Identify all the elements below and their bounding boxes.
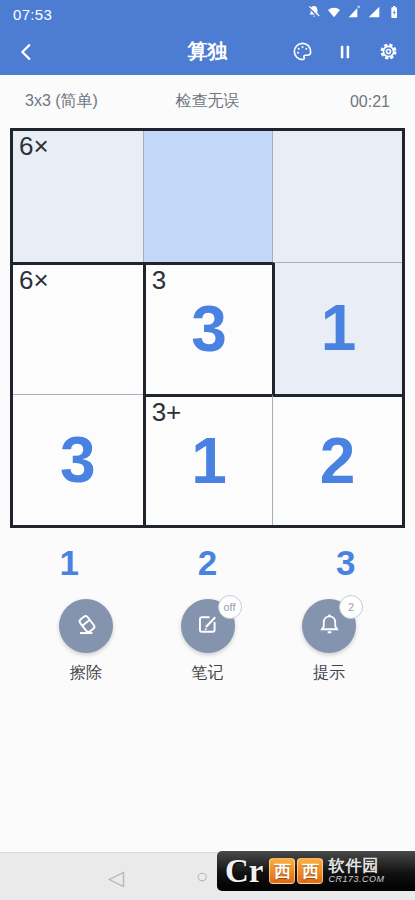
notes-button[interactable]: off 笔记 [162, 599, 254, 684]
cage-clue: 6× [19, 265, 49, 296]
wifi-icon [326, 4, 342, 24]
notes-off-badge: off [218, 595, 242, 619]
status-bar: 07:53 [0, 0, 415, 28]
cell-value: 3 [146, 265, 273, 393]
nav-home-icon[interactable]: ○ [196, 865, 208, 888]
note-pencil-icon [194, 611, 221, 642]
numpad-1-button[interactable]: 1 [0, 543, 138, 583]
board-cell-r1c0[interactable]: 6× [13, 262, 143, 393]
board-cell-r1c1[interactable]: 33 [143, 262, 273, 393]
erase-button[interactable]: 擦除 [40, 599, 132, 684]
eraser-icon [73, 611, 100, 642]
hint-count-badge: 2 [339, 595, 363, 619]
game-info-bar: 3x3 (简单) 检查无误 00:21 [0, 75, 415, 128]
status-time: 07:53 [13, 6, 52, 23]
nav-back-icon[interactable]: ◁ [108, 866, 124, 890]
hint-label: 提示 [313, 663, 345, 684]
settings-gear-icon[interactable] [375, 39, 401, 65]
board-cell-r2c0[interactable]: 3 [13, 394, 143, 525]
watermark-site-name: 软件园 [328, 858, 379, 875]
palette-icon[interactable] [289, 39, 315, 65]
battery-charging-icon [386, 4, 402, 24]
erase-label: 擦除 [70, 663, 102, 684]
signal-no-sim-icon [346, 4, 362, 24]
watermark-logo: Cr [225, 855, 263, 888]
cell-value: 1 [146, 397, 273, 525]
board-cell-r0c1[interactable] [143, 131, 273, 262]
signal-icon [366, 4, 382, 24]
number-pad: 1 2 3 [0, 543, 415, 583]
cage-clue: 6× [19, 131, 49, 162]
board-cell-r2c2[interactable]: 2 [272, 394, 402, 525]
cell-value: 2 [273, 397, 402, 525]
tool-bar: 擦除 off 笔记 2 提示 [0, 599, 415, 684]
board-cell-r1c2[interactable]: 1 [272, 262, 402, 393]
numpad-3-button[interactable]: 3 [277, 543, 415, 583]
watermark-tile-2: 西 [297, 858, 323, 884]
cell-value: 3 [13, 395, 143, 525]
timer: 00:21 [350, 93, 390, 111]
watermark-tile-1: 西 [269, 858, 295, 884]
app-bar: 算独 [0, 28, 415, 75]
hint-bell-icon [316, 611, 343, 642]
app-screen: 07:53 算独 [0, 0, 415, 900]
cell-value: 1 [275, 263, 402, 393]
board-cell-r2c1[interactable]: 3+1 [143, 394, 273, 525]
watermark-site-url: CR173.COM [328, 875, 384, 884]
muted-bell-icon [306, 4, 322, 24]
board: 6×6×33133+12 [10, 128, 405, 528]
numpad-2-button[interactable]: 2 [138, 543, 276, 583]
watermark-banner: Cr 西 西 软件园 CR173.COM [217, 851, 415, 891]
notes-label: 笔记 [192, 663, 224, 684]
board-cell-r0c0[interactable]: 6× [13, 131, 143, 262]
pause-icon[interactable] [332, 39, 358, 65]
hint-button[interactable]: 2 提示 [283, 599, 375, 684]
board-cell-r0c2[interactable] [272, 131, 402, 262]
